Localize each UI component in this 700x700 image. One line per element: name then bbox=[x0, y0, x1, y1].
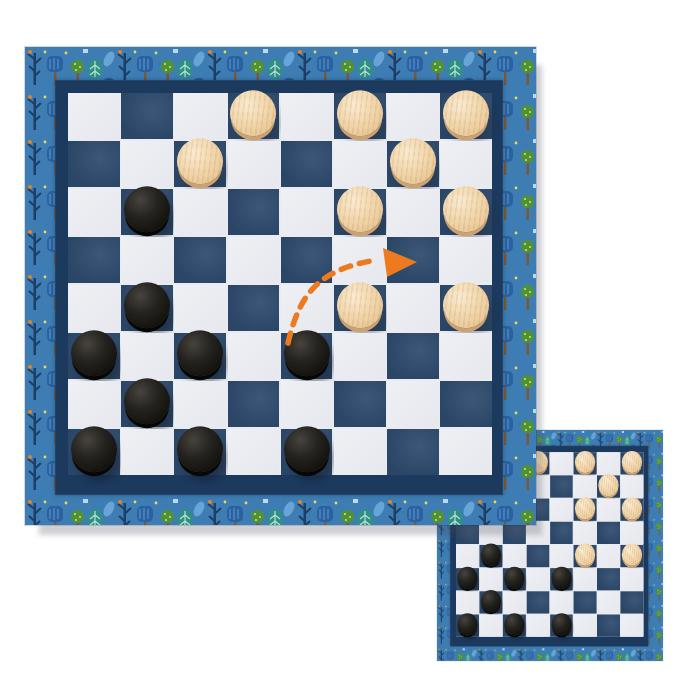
board-square-r2c5 bbox=[550, 475, 573, 497]
board-square-r6c5 bbox=[281, 333, 333, 379]
board-square-r4c4 bbox=[228, 237, 280, 283]
board-square-r5c2 bbox=[121, 285, 173, 331]
board-square-r1c7 bbox=[597, 452, 620, 474]
black-piece bbox=[457, 613, 477, 635]
board-square-r4c3 bbox=[503, 522, 526, 544]
black-piece bbox=[177, 426, 223, 472]
black-piece bbox=[551, 567, 571, 589]
board-square-r6c2 bbox=[121, 333, 173, 379]
board-square-r8c8 bbox=[440, 429, 492, 475]
board-square-r1c6 bbox=[574, 452, 597, 474]
wooden-piece bbox=[390, 138, 436, 184]
wooden-piece bbox=[443, 90, 489, 136]
main-board bbox=[25, 47, 536, 525]
board-square-r4c4 bbox=[527, 522, 550, 544]
board-square-r7c5 bbox=[281, 381, 333, 427]
board-grid bbox=[68, 93, 492, 475]
board-square-r4c6 bbox=[334, 237, 386, 283]
board-square-r7c2 bbox=[480, 591, 503, 613]
board-square-r3c5 bbox=[281, 189, 333, 235]
black-piece bbox=[551, 613, 571, 635]
board-square-r4c6 bbox=[574, 522, 597, 544]
wooden-piece bbox=[622, 451, 642, 473]
wooden-piece bbox=[337, 282, 383, 328]
board-square-r5c7 bbox=[387, 285, 439, 331]
board-square-r7c7 bbox=[387, 381, 439, 427]
wooden-piece bbox=[598, 474, 618, 496]
wooden-piece bbox=[177, 138, 223, 184]
board-square-r7c3 bbox=[174, 381, 226, 427]
board-square-r3c7 bbox=[387, 189, 439, 235]
main-board-photo bbox=[25, 47, 536, 525]
black-piece bbox=[71, 426, 117, 472]
board-square-r8c2 bbox=[480, 614, 503, 636]
black-piece bbox=[504, 567, 524, 589]
board-square-r8c2 bbox=[121, 429, 173, 475]
board-square-r5c7 bbox=[597, 545, 620, 567]
board-square-r1c6 bbox=[334, 93, 386, 139]
board-square-r7c5 bbox=[550, 591, 573, 613]
board-square-r6c6 bbox=[574, 568, 597, 590]
wooden-piece bbox=[622, 544, 642, 566]
board-square-r2c7 bbox=[597, 475, 620, 497]
board-square-r6c4 bbox=[228, 333, 280, 379]
black-piece bbox=[481, 590, 501, 612]
board-square-r4c8 bbox=[621, 522, 644, 544]
board-square-r1c5 bbox=[281, 93, 333, 139]
board-square-r5c6 bbox=[334, 285, 386, 331]
board-square-r6c8 bbox=[621, 568, 644, 590]
board-square-r6c7 bbox=[387, 333, 439, 379]
wooden-piece bbox=[622, 497, 642, 519]
wooden-piece bbox=[443, 282, 489, 328]
board-square-r2c6 bbox=[334, 141, 386, 187]
board-square-r5c2 bbox=[480, 545, 503, 567]
board-square-r8c3 bbox=[503, 614, 526, 636]
board-square-r4c1 bbox=[68, 237, 120, 283]
board-square-r7c3 bbox=[503, 591, 526, 613]
black-piece bbox=[504, 613, 524, 635]
board-square-r2c4 bbox=[228, 141, 280, 187]
board-square-r7c4 bbox=[527, 591, 550, 613]
board-square-r6c1 bbox=[456, 568, 479, 590]
board-square-r8c8 bbox=[621, 614, 644, 636]
board-square-r4c2 bbox=[121, 237, 173, 283]
board-square-r7c7 bbox=[597, 591, 620, 613]
board-square-r7c6 bbox=[574, 591, 597, 613]
board-square-r6c6 bbox=[334, 333, 386, 379]
board-square-r1c7 bbox=[387, 93, 439, 139]
board-square-r7c1 bbox=[68, 381, 120, 427]
board-square-r2c2 bbox=[121, 141, 173, 187]
board-square-r2c7 bbox=[387, 141, 439, 187]
black-piece bbox=[124, 186, 170, 232]
black-piece bbox=[71, 330, 117, 376]
board-square-r6c3 bbox=[174, 333, 226, 379]
board-square-r6c5 bbox=[550, 568, 573, 590]
board-square-r1c3 bbox=[174, 93, 226, 139]
board-square-r4c2 bbox=[480, 522, 503, 544]
board-square-r6c3 bbox=[503, 568, 526, 590]
black-piece bbox=[124, 378, 170, 424]
black-piece bbox=[284, 330, 330, 376]
wooden-piece bbox=[575, 451, 595, 473]
board-square-r8c1 bbox=[68, 429, 120, 475]
board-square-r5c5 bbox=[550, 545, 573, 567]
canvas: { "game": "checkers (draughts) on an 8x8… bbox=[0, 0, 700, 700]
black-piece bbox=[124, 282, 170, 328]
board-square-r5c1 bbox=[456, 545, 479, 567]
board-square-r4c1 bbox=[456, 522, 479, 544]
board-square-r6c1 bbox=[68, 333, 120, 379]
board-square-r5c3 bbox=[174, 285, 226, 331]
board-square-r4c5 bbox=[550, 522, 573, 544]
board-square-r2c8 bbox=[621, 475, 644, 497]
black-piece bbox=[177, 330, 223, 376]
board-square-r7c2 bbox=[121, 381, 173, 427]
wooden-piece bbox=[337, 90, 383, 136]
board-square-r5c4 bbox=[228, 285, 280, 331]
board-square-r7c8 bbox=[621, 591, 644, 613]
board-square-r3c8 bbox=[621, 499, 644, 521]
board-square-r8c3 bbox=[174, 429, 226, 475]
board-square-r3c7 bbox=[597, 499, 620, 521]
board-square-r5c5 bbox=[281, 285, 333, 331]
board-square-r5c3 bbox=[503, 545, 526, 567]
board-square-r6c8 bbox=[440, 333, 492, 379]
wooden-piece bbox=[443, 186, 489, 232]
board-square-r2c5 bbox=[281, 141, 333, 187]
black-piece bbox=[284, 426, 330, 472]
board-square-r8c4 bbox=[228, 429, 280, 475]
board-square-r3c8 bbox=[440, 189, 492, 235]
board-square-r8c7 bbox=[597, 614, 620, 636]
board-square-r8c6 bbox=[334, 429, 386, 475]
board-square-r1c1 bbox=[68, 93, 120, 139]
board-square-r1c5 bbox=[550, 452, 573, 474]
board-square-r5c4 bbox=[527, 545, 550, 567]
board-square-r4c3 bbox=[174, 237, 226, 283]
board-square-r4c8 bbox=[440, 237, 492, 283]
board-square-r1c8 bbox=[621, 452, 644, 474]
board-square-r1c8 bbox=[440, 93, 492, 139]
wooden-piece bbox=[575, 544, 595, 566]
board-square-r8c5 bbox=[281, 429, 333, 475]
board-square-r6c4 bbox=[527, 568, 550, 590]
board-square-r8c5 bbox=[550, 614, 573, 636]
board-square-r6c7 bbox=[597, 568, 620, 590]
board-square-r8c4 bbox=[527, 614, 550, 636]
black-piece bbox=[457, 567, 477, 589]
wooden-piece bbox=[337, 186, 383, 232]
board-square-r4c5 bbox=[281, 237, 333, 283]
board-square-r7c1 bbox=[456, 591, 479, 613]
board-square-r3c4 bbox=[228, 189, 280, 235]
wooden-piece bbox=[575, 497, 595, 519]
board-square-r5c6 bbox=[574, 545, 597, 567]
board-square-r1c2 bbox=[121, 93, 173, 139]
board-square-r8c6 bbox=[574, 614, 597, 636]
board-square-r8c1 bbox=[456, 614, 479, 636]
board-square-r1c4 bbox=[228, 93, 280, 139]
black-piece bbox=[481, 544, 501, 566]
board-square-r5c1 bbox=[68, 285, 120, 331]
board-square-r7c4 bbox=[228, 381, 280, 427]
board-square-r5c8 bbox=[621, 545, 644, 567]
wooden-piece bbox=[230, 90, 276, 136]
board-square-r3c2 bbox=[121, 189, 173, 235]
board-square-r3c1 bbox=[68, 189, 120, 235]
board-square-r3c5 bbox=[550, 499, 573, 521]
board-square-r2c6 bbox=[574, 475, 597, 497]
board-square-r7c8 bbox=[440, 381, 492, 427]
board-square-r3c3 bbox=[174, 189, 226, 235]
board-square-r6c2 bbox=[480, 568, 503, 590]
board-square-r4c7 bbox=[597, 522, 620, 544]
board-square-r3c6 bbox=[334, 189, 386, 235]
board-square-r4c7 bbox=[387, 237, 439, 283]
board-square-r5c8 bbox=[440, 285, 492, 331]
board-square-r7c6 bbox=[334, 381, 386, 427]
board-square-r8c7 bbox=[387, 429, 439, 475]
board-square-r2c8 bbox=[440, 141, 492, 187]
board-square-r2c1 bbox=[68, 141, 120, 187]
board-square-r2c3 bbox=[174, 141, 226, 187]
board-square-r3c6 bbox=[574, 499, 597, 521]
